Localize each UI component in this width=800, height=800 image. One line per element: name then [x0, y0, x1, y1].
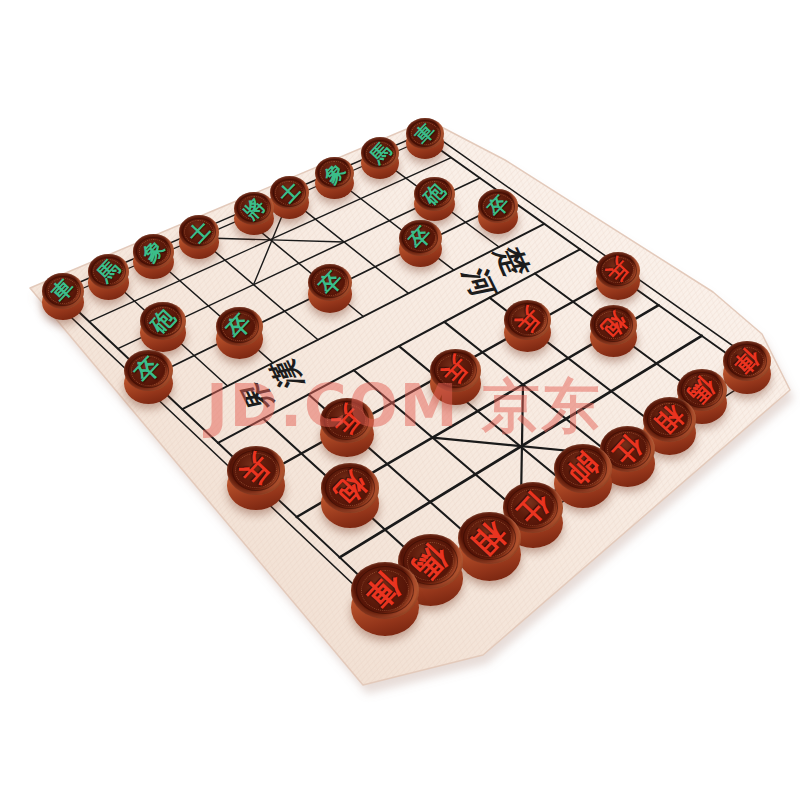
piece-green-象: 象: [315, 157, 354, 200]
piece-face: 砲: [414, 177, 455, 211]
piece-green-卒: 卒: [308, 264, 353, 313]
piece-red-俥: 俥: [351, 562, 419, 637]
piece-character: 馬: [355, 128, 405, 178]
piece-green-卒: 卒: [478, 189, 519, 234]
piece-green-卒: 卒: [399, 220, 442, 267]
piece-face: 炮: [321, 463, 380, 513]
piece-red-炮: 炮: [321, 463, 380, 528]
piece-face: 兵: [596, 252, 640, 289]
piece-face: 將: [234, 192, 274, 226]
piece-green-象: 象: [133, 234, 174, 279]
piece-green-車: 車: [406, 118, 444, 160]
piece-red-相: 相: [458, 512, 521, 581]
piece-red-兵: 兵: [227, 446, 285, 509]
piece-face: 兵: [227, 446, 285, 494]
piece-face: 兵: [320, 398, 374, 444]
piece-face: 俥: [351, 562, 419, 619]
piece-face: 炮: [590, 305, 637, 345]
pieces-layer: 車馬象士將士象馬車砲砲卒卒卒卒卒兵兵兵兵兵炮炮俥傌相仕帥仕相傌俥: [0, 0, 800, 800]
piece-face: 車: [406, 118, 444, 150]
piece-red-炮: 炮: [590, 305, 637, 357]
piece-face: 士: [179, 215, 220, 249]
piece-green-將: 將: [234, 192, 274, 236]
piece-face: 兵: [430, 349, 481, 392]
product-photo: 楚河漢界 車馬象士將士象馬車砲砲卒卒卒卒卒兵兵兵兵兵炮炮俥傌相仕帥仕相傌俥 JD…: [0, 0, 800, 800]
piece-character: 士: [173, 205, 225, 258]
piece-face: 馬: [88, 254, 130, 289]
piece-green-馬: 馬: [88, 254, 130, 300]
piece-face: 象: [315, 157, 354, 190]
piece-green-馬: 馬: [361, 137, 400, 179]
piece-green-卒: 卒: [216, 307, 263, 359]
piece-character: 兵: [312, 385, 382, 456]
piece-red-兵: 兵: [320, 398, 374, 458]
piece-face: 卒: [399, 220, 442, 256]
piece-red-兵: 兵: [430, 349, 481, 405]
piece-green-士: 士: [179, 215, 220, 260]
piece-face: 卒: [216, 307, 263, 346]
piece-face: 俥: [723, 341, 771, 381]
piece-green-車: 車: [42, 273, 84, 319]
piece-red-兵: 兵: [596, 252, 640, 300]
piece-green-士: 士: [270, 176, 310, 220]
piece-face: 車: [42, 273, 84, 308]
piece-red-兵: 兵: [504, 300, 551, 352]
piece-face: 象: [133, 234, 174, 268]
piece-green-卒: 卒: [124, 350, 173, 404]
piece-character: 炮: [312, 450, 388, 527]
piece-face: 砲: [140, 302, 186, 340]
